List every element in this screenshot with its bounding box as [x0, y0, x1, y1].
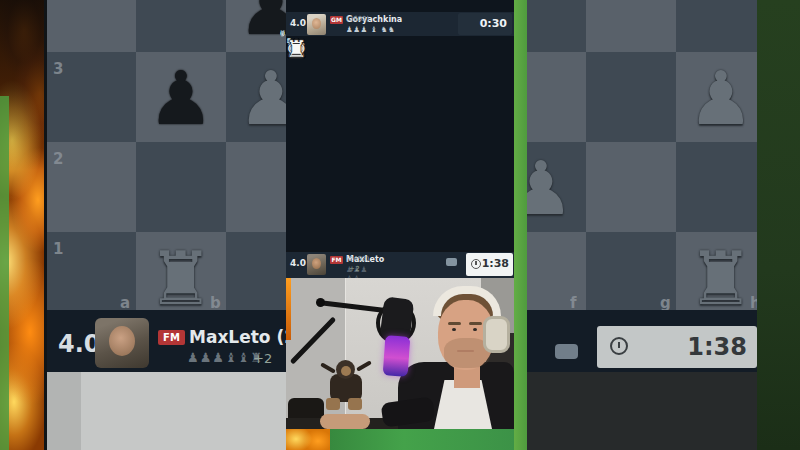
bg-piece-b3: ♟	[136, 52, 226, 144]
bg-piece-f2: ♟	[527, 142, 586, 234]
bg-file-label: g	[660, 294, 671, 310]
bottom-title-badge: FM	[330, 256, 343, 264]
background-board-left: ♟♟♟♜321ab	[47, 0, 286, 310]
file-coordinate: h	[280, 29, 284, 36]
headphones-earcup	[483, 316, 510, 353]
microphone-head	[380, 296, 415, 341]
monkey-plush-face	[341, 366, 351, 376]
bottom-player-bar: 4.0 FM MaxLeto (2492) ♟♟♟ ♝♝ ♜+2 1:38	[286, 252, 514, 278]
bg-square	[676, 0, 757, 52]
bottom-clock: 1:38	[466, 253, 513, 276]
boom-arm-joint	[316, 298, 325, 307]
eye	[452, 328, 456, 331]
webcam-view	[286, 278, 514, 429]
stream-video-column: 4.0 GM Goryachkina (2602) ♟♟♟ ♝ ♞♞ 0:30 …	[286, 0, 514, 450]
bg-square	[586, 0, 676, 52]
bottom-clock-icon	[471, 259, 481, 269]
green-frame-right	[514, 0, 527, 450]
flame-sliver	[286, 278, 291, 340]
top-player-avatar[interactable]	[307, 14, 326, 35]
bg-file-label: a	[120, 294, 130, 310]
bg-square	[136, 142, 226, 232]
dark-green-edge-right	[757, 0, 800, 450]
bg-rank-label: 3	[53, 60, 63, 78]
bg-title-badge: FM	[158, 330, 185, 345]
plush-arm	[356, 360, 372, 371]
bg-rank-label: 2	[53, 150, 63, 168]
eye	[473, 328, 477, 331]
bg-piece-h3: ♟	[676, 52, 757, 144]
bg-captured-pieces: ♟♟♟♝♝♜	[187, 350, 263, 365]
bg-material-advantage: +2	[253, 351, 272, 366]
bg-clock: 1:38	[597, 326, 757, 368]
top-match-score: 4.0	[290, 18, 306, 28]
bg-chat-bubble-icon	[555, 344, 578, 359]
bottom-clock-time: 1:38	[482, 257, 509, 270]
top-clock-time: 0:30	[480, 17, 507, 30]
eyebrow	[469, 322, 482, 325]
bg-square	[527, 0, 586, 52]
bg-file-label: f	[570, 294, 577, 310]
top-captured-pieces: ♟♟♟ ♝ ♞♞	[346, 25, 395, 34]
chat-bubble-icon[interactable]	[446, 258, 457, 266]
stream-frame: ♟♟♟♜321ab ♟♟♜fgh 4.0 FM MaxLeto (2 ♟♟♟♝♝…	[0, 0, 800, 450]
eyebrow	[448, 322, 461, 325]
bottom-player-avatar[interactable]	[307, 254, 326, 275]
background-board-right: ♟♟♜fgh	[527, 0, 757, 310]
bottom-player-rating: (2492)	[346, 255, 369, 263]
top-clock: 0:30	[458, 13, 512, 35]
mouth	[457, 350, 474, 352]
bg-clock-icon	[610, 337, 628, 355]
bg-clock-time: 1:38	[687, 333, 747, 361]
bg-piece-c4: ♟	[226, 0, 286, 54]
bottom-material-advantage: +2	[349, 265, 360, 273]
bg-square	[676, 142, 757, 232]
green-edge-left	[0, 96, 9, 450]
bg-avatar	[95, 318, 149, 368]
flame-border-bottom	[286, 429, 330, 450]
bg-file-label: h	[750, 294, 757, 310]
bg-webcam-dark-right	[527, 372, 757, 450]
plush-boot	[348, 398, 362, 410]
bg-file-label: b	[210, 294, 221, 310]
chess-board[interactable]: 8♜♚7♞♟♟6♛5♟♟♝4♟♞♟3♟♟♟2♛♟1ab♜cde♚fgh♜	[286, 36, 514, 250]
top-player-rating: (2602)	[346, 15, 369, 23]
bg-piece-h1: ♜	[676, 232, 757, 310]
bg-webcam-wall-left	[47, 372, 286, 450]
bg-square	[226, 142, 286, 232]
bg-square	[527, 232, 586, 310]
top-title-badge: GM	[330, 16, 343, 24]
bg-piece-c3: ♟	[226, 52, 286, 144]
top-player-bar: 4.0 GM Goryachkina (2602) ♟♟♟ ♝ ♞♞ 0:30	[286, 12, 514, 36]
bg-square	[47, 0, 136, 52]
bg-square	[586, 52, 676, 142]
bg-square	[136, 0, 226, 52]
microphone-glow-body	[383, 335, 411, 377]
bg-rank-label: 1	[53, 240, 63, 258]
bottom-match-score: 4.0	[290, 258, 306, 268]
bg-square	[586, 142, 676, 232]
streamer-hand	[320, 414, 370, 429]
green-frame-bottom	[330, 429, 514, 450]
bg-square	[226, 232, 286, 310]
bg-square	[527, 52, 586, 142]
bg-wall-shade	[47, 372, 81, 450]
plush-boot	[326, 398, 340, 410]
